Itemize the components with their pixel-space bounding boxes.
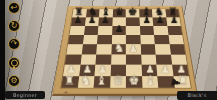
gear-icon: ⚙ bbox=[9, 76, 19, 86]
square-b1[interactable]: ♞ bbox=[77, 76, 94, 88]
white-bishop-c1[interactable]: ♝ bbox=[94, 74, 110, 87]
white-queen-d1[interactable]: ♛ bbox=[110, 74, 126, 87]
square-e1[interactable]: ♚ bbox=[126, 76, 142, 88]
square-f4[interactable] bbox=[140, 44, 155, 54]
turn-indicator: Black's Move bbox=[177, 91, 217, 100]
square-b6[interactable] bbox=[84, 26, 99, 35]
rotate-button[interactable]: ↻ bbox=[8, 20, 20, 32]
white-knight-d4[interactable]: ♞ bbox=[111, 41, 126, 53]
square-f5[interactable] bbox=[140, 35, 155, 44]
square-b5[interactable] bbox=[83, 35, 98, 44]
white-knight-b1[interactable]: ♞ bbox=[78, 74, 94, 87]
square-c5[interactable] bbox=[97, 35, 112, 44]
undo-button[interactable]: ↩ bbox=[8, 2, 20, 14]
white-bishop-f1[interactable]: ♝ bbox=[142, 74, 158, 87]
redo-icon: ↷ bbox=[9, 39, 19, 49]
square-g6[interactable] bbox=[153, 26, 168, 35]
settings-button[interactable]: ⚙ bbox=[8, 75, 20, 87]
undo-icon: ↩ bbox=[9, 3, 19, 13]
square-g7[interactable]: ♟ bbox=[153, 17, 167, 26]
square-d8[interactable]: ♛ bbox=[112, 9, 125, 17]
square-a5[interactable] bbox=[68, 35, 84, 44]
square-c7[interactable]: ♟ bbox=[98, 17, 112, 26]
square-h7[interactable]: ♟ bbox=[166, 17, 181, 26]
square-c6[interactable] bbox=[98, 26, 112, 35]
black-pawn-h7[interactable]: ♟ bbox=[167, 16, 181, 25]
square-e8[interactable]: ♚ bbox=[126, 9, 139, 17]
redo-button[interactable]: ↷ bbox=[8, 38, 20, 50]
frame-ornament: + bbox=[63, 90, 69, 95]
square-e3[interactable] bbox=[126, 54, 141, 65]
white-pawn-e4[interactable]: ♟ bbox=[126, 43, 141, 53]
square-a4[interactable] bbox=[66, 44, 82, 54]
square-e7[interactable] bbox=[126, 17, 140, 26]
square-h6[interactable] bbox=[167, 26, 182, 35]
rotate-arrow-icon: ↻ bbox=[9, 21, 19, 31]
square-d4[interactable]: ♞ bbox=[111, 44, 126, 54]
square-a1[interactable]: ♜ bbox=[61, 76, 79, 88]
square-h5[interactable] bbox=[168, 35, 184, 44]
square-f1[interactable]: ♝ bbox=[142, 76, 159, 88]
black-queen-d8[interactable]: ♛ bbox=[112, 6, 125, 17]
square-c4[interactable] bbox=[96, 44, 111, 54]
square-d3[interactable] bbox=[111, 54, 126, 65]
lightbulb-icon bbox=[11, 60, 18, 67]
black-king-e8[interactable]: ♚ bbox=[126, 6, 139, 17]
square-c1[interactable]: ♝ bbox=[94, 76, 111, 88]
square-g5[interactable] bbox=[154, 35, 169, 44]
black-pawn-g7[interactable]: ♟ bbox=[153, 16, 167, 25]
square-d1[interactable]: ♛ bbox=[110, 76, 126, 88]
square-b4[interactable] bbox=[81, 44, 97, 54]
captured-black-pawn: ♟ bbox=[170, 77, 183, 89]
square-e6[interactable] bbox=[126, 26, 140, 35]
square-g4[interactable] bbox=[155, 44, 171, 54]
black-pawn-b7[interactable]: ♟ bbox=[85, 16, 99, 25]
difficulty-badge: Beginner bbox=[5, 91, 45, 99]
left-edge-strip bbox=[0, 0, 5, 100]
chess-app-window: ♜♞♝♛♚♝♞♜♟♟♟♟♟♟♟♞♟♟♟♟♟♟♟♜♞♝♛♚♝♜ + + ♟ ↩ ↻… bbox=[0, 0, 217, 100]
black-pawn-a7[interactable]: ♟ bbox=[71, 16, 85, 25]
black-pawn-f7[interactable]: ♟ bbox=[140, 16, 154, 25]
black-pawn-d6[interactable]: ♟ bbox=[112, 24, 126, 33]
square-g2[interactable]: ♟ bbox=[156, 65, 173, 76]
square-a7[interactable]: ♟ bbox=[71, 17, 86, 26]
white-pawn-g2[interactable]: ♟ bbox=[157, 64, 173, 74]
square-f6[interactable] bbox=[140, 26, 154, 35]
hint-button[interactable] bbox=[8, 57, 20, 69]
square-e4[interactable]: ♟ bbox=[126, 44, 141, 54]
square-b7[interactable]: ♟ bbox=[85, 17, 99, 26]
square-a6[interactable] bbox=[70, 26, 85, 35]
square-f7[interactable]: ♟ bbox=[139, 17, 153, 26]
black-pawn-c7[interactable]: ♟ bbox=[98, 16, 112, 25]
square-d6[interactable]: ♟ bbox=[112, 26, 126, 35]
white-king-e1[interactable]: ♚ bbox=[126, 74, 142, 87]
white-rook-a1[interactable]: ♜ bbox=[62, 74, 78, 87]
square-h4[interactable] bbox=[169, 44, 185, 54]
